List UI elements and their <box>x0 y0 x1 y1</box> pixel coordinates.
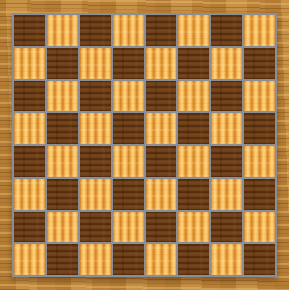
square-d7[interactable] <box>113 48 144 79</box>
square-b2[interactable] <box>47 212 78 243</box>
square-h1[interactable] <box>244 244 275 275</box>
square-c2[interactable] <box>80 212 111 243</box>
square-f3[interactable] <box>178 179 209 210</box>
square-e4[interactable] <box>146 146 177 177</box>
square-h2[interactable] <box>244 212 275 243</box>
square-f5[interactable] <box>178 113 209 144</box>
square-a2[interactable] <box>14 212 45 243</box>
square-f7[interactable] <box>178 48 209 79</box>
square-b6[interactable] <box>47 81 78 112</box>
square-e6[interactable] <box>146 81 177 112</box>
square-h5[interactable] <box>244 113 275 144</box>
square-h4[interactable] <box>244 146 275 177</box>
square-d5[interactable] <box>113 113 144 144</box>
square-f8[interactable] <box>178 15 209 46</box>
square-a7[interactable] <box>14 48 45 79</box>
square-d1[interactable] <box>113 244 144 275</box>
square-d6[interactable] <box>113 81 144 112</box>
square-e1[interactable] <box>146 244 177 275</box>
square-c3[interactable] <box>80 179 111 210</box>
square-h3[interactable] <box>244 179 275 210</box>
square-h6[interactable] <box>244 81 275 112</box>
square-g5[interactable] <box>211 113 242 144</box>
square-g2[interactable] <box>211 212 242 243</box>
square-h8[interactable] <box>244 15 275 46</box>
square-a1[interactable] <box>14 244 45 275</box>
square-a3[interactable] <box>14 179 45 210</box>
square-g3[interactable] <box>211 179 242 210</box>
square-f6[interactable] <box>178 81 209 112</box>
square-g7[interactable] <box>211 48 242 79</box>
square-d4[interactable] <box>113 146 144 177</box>
square-c7[interactable] <box>80 48 111 79</box>
square-c5[interactable] <box>80 113 111 144</box>
square-f4[interactable] <box>178 146 209 177</box>
square-a6[interactable] <box>14 81 45 112</box>
wood-table-background <box>0 0 289 290</box>
square-e7[interactable] <box>146 48 177 79</box>
square-a8[interactable] <box>14 15 45 46</box>
square-e2[interactable] <box>146 212 177 243</box>
square-a4[interactable] <box>14 146 45 177</box>
square-b4[interactable] <box>47 146 78 177</box>
square-d3[interactable] <box>113 179 144 210</box>
square-b1[interactable] <box>47 244 78 275</box>
square-c1[interactable] <box>80 244 111 275</box>
square-e5[interactable] <box>146 113 177 144</box>
square-a5[interactable] <box>14 113 45 144</box>
square-b3[interactable] <box>47 179 78 210</box>
square-d8[interactable] <box>113 15 144 46</box>
square-b7[interactable] <box>47 48 78 79</box>
square-g6[interactable] <box>211 81 242 112</box>
square-e3[interactable] <box>146 179 177 210</box>
square-d2[interactable] <box>113 212 144 243</box>
square-c8[interactable] <box>80 15 111 46</box>
square-e8[interactable] <box>146 15 177 46</box>
square-b5[interactable] <box>47 113 78 144</box>
square-c6[interactable] <box>80 81 111 112</box>
square-f1[interactable] <box>178 244 209 275</box>
chess-board <box>12 13 277 277</box>
square-f2[interactable] <box>178 212 209 243</box>
square-h7[interactable] <box>244 48 275 79</box>
square-b8[interactable] <box>47 15 78 46</box>
square-g1[interactable] <box>211 244 242 275</box>
square-g8[interactable] <box>211 15 242 46</box>
square-g4[interactable] <box>211 146 242 177</box>
square-c4[interactable] <box>80 146 111 177</box>
